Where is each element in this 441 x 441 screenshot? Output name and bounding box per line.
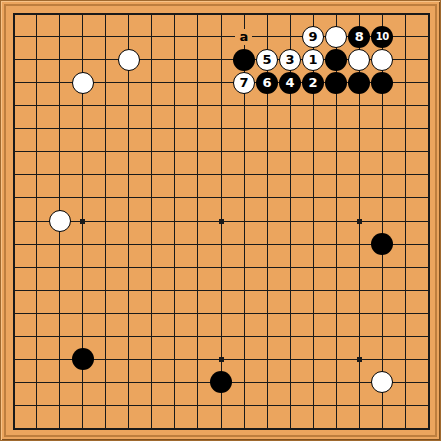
go-board: a98105317642 bbox=[0, 0, 441, 441]
stone-number: 8 bbox=[355, 30, 364, 43]
stone-number: 3 bbox=[286, 53, 295, 66]
point-label-a: a bbox=[235, 29, 252, 45]
stone-black bbox=[233, 49, 255, 71]
stone-number: 4 bbox=[286, 76, 295, 89]
stone-white-move-5: 5 bbox=[256, 49, 278, 71]
stone-number: 5 bbox=[263, 53, 272, 66]
stone-number: 2 bbox=[309, 76, 318, 89]
stone-black bbox=[325, 49, 347, 71]
stone-number: 9 bbox=[309, 30, 318, 43]
stone-black bbox=[210, 371, 232, 393]
stone-black bbox=[371, 233, 393, 255]
stone-white bbox=[72, 72, 94, 94]
stone-black bbox=[348, 72, 370, 94]
stone-white bbox=[49, 210, 71, 232]
board-grid: a98105317642 bbox=[2, 2, 440, 440]
stone-white-move-3: 3 bbox=[279, 49, 301, 71]
stone-white-move-7: 7 bbox=[233, 72, 255, 94]
stone-number: 10 bbox=[376, 31, 389, 41]
stone-black-move-4: 4 bbox=[279, 72, 301, 94]
stone-black-move-8: 8 bbox=[348, 26, 370, 48]
stone-white bbox=[348, 49, 370, 71]
stone-number: 1 bbox=[309, 53, 318, 66]
stone-number: 6 bbox=[263, 76, 272, 89]
stone-white bbox=[118, 49, 140, 71]
stone-white-move-9: 9 bbox=[302, 26, 324, 48]
stone-number: 7 bbox=[239, 76, 248, 89]
stone-white bbox=[371, 371, 393, 393]
stone-black bbox=[325, 72, 347, 94]
stone-white bbox=[371, 49, 393, 71]
stone-black-move-2: 2 bbox=[302, 72, 324, 94]
stone-black bbox=[371, 72, 393, 94]
stone-black-move-6: 6 bbox=[256, 72, 278, 94]
stone-black-move-10: 10 bbox=[371, 26, 393, 48]
stone-white-move-1: 1 bbox=[302, 49, 324, 71]
stone-white bbox=[325, 26, 347, 48]
stone-black bbox=[72, 348, 94, 370]
